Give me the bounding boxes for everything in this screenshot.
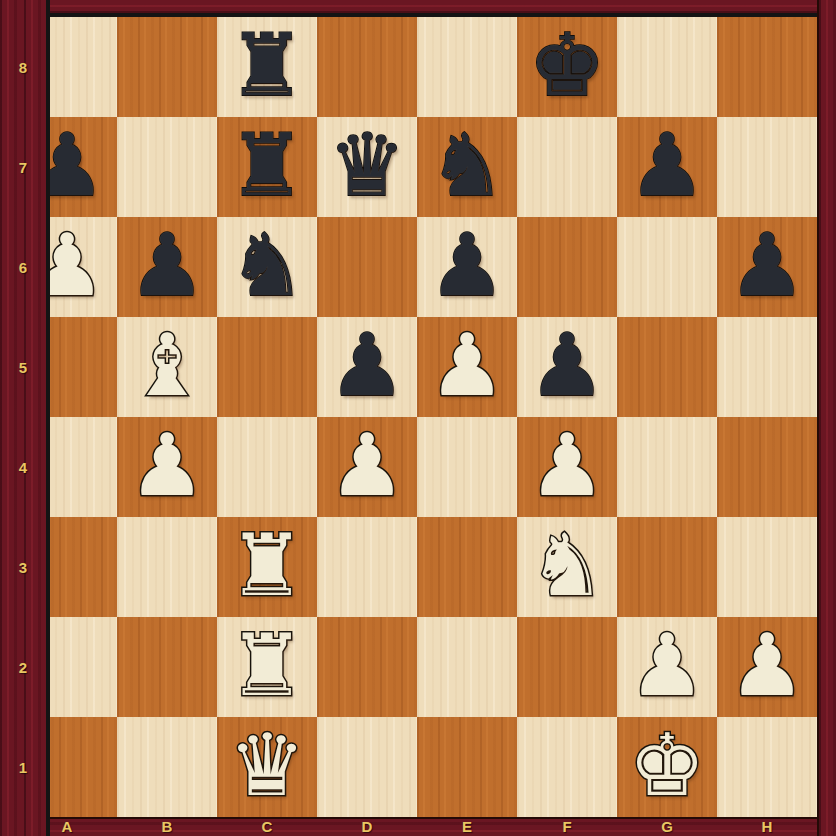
- piece-black-knight[interactable]: ♞: [217, 217, 317, 317]
- piece-white-pawn[interactable]: ♟: [117, 417, 217, 517]
- square-c6[interactable]: ♞: [217, 217, 317, 317]
- board-frame-right: [817, 0, 836, 836]
- square-h6[interactable]: ♟: [717, 217, 817, 317]
- piece-black-pawn[interactable]: ♟: [617, 117, 717, 217]
- piece-black-pawn[interactable]: ♟: [117, 217, 217, 317]
- square-d5[interactable]: ♟: [317, 317, 417, 417]
- piece-black-pawn[interactable]: ♟: [417, 217, 517, 317]
- square-f5[interactable]: ♟: [517, 317, 617, 417]
- board-frame-top: [0, 0, 836, 17]
- square-b7[interactable]: [117, 117, 217, 217]
- square-d4[interactable]: ♟: [317, 417, 417, 517]
- square-h4[interactable]: [717, 417, 817, 517]
- square-b3[interactable]: [117, 517, 217, 617]
- piece-black-pawn[interactable]: ♟: [717, 217, 817, 317]
- square-e2[interactable]: [417, 617, 517, 717]
- board-frame-bottom: [0, 817, 836, 836]
- square-b4[interactable]: ♟: [117, 417, 217, 517]
- piece-black-pawn[interactable]: ♟: [517, 317, 617, 417]
- square-e6[interactable]: ♟: [417, 217, 517, 317]
- square-g7[interactable]: ♟: [617, 117, 717, 217]
- piece-black-rook[interactable]: ♜: [217, 117, 317, 217]
- chess-board-window: ♜♚♟♜♛♞♟♟♟♞♟♟♝♟♟♟♟♟♟♜♞♜♟♟♛♚ 87654321ABCDE…: [0, 0, 836, 836]
- square-c5[interactable]: [217, 317, 317, 417]
- square-d3[interactable]: [317, 517, 417, 617]
- square-h3[interactable]: [717, 517, 817, 617]
- square-f2[interactable]: [517, 617, 617, 717]
- piece-white-pawn[interactable]: ♟: [417, 317, 517, 417]
- square-e8[interactable]: [417, 17, 517, 117]
- square-c8[interactable]: ♜: [217, 17, 317, 117]
- square-g3[interactable]: [617, 517, 717, 617]
- board-frame-left: [0, 0, 50, 836]
- square-e5[interactable]: ♟: [417, 317, 517, 417]
- square-f6[interactable]: [517, 217, 617, 317]
- piece-white-queen[interactable]: ♛: [217, 717, 317, 817]
- piece-white-pawn[interactable]: ♟: [517, 417, 617, 517]
- square-c7[interactable]: ♜: [217, 117, 317, 217]
- square-b8[interactable]: [117, 17, 217, 117]
- piece-white-knight[interactable]: ♞: [517, 517, 617, 617]
- square-e7[interactable]: ♞: [417, 117, 517, 217]
- piece-white-bishop[interactable]: ♝: [117, 317, 217, 417]
- piece-black-queen[interactable]: ♛: [317, 117, 417, 217]
- square-g5[interactable]: [617, 317, 717, 417]
- piece-black-pawn[interactable]: ♟: [317, 317, 417, 417]
- square-e3[interactable]: [417, 517, 517, 617]
- piece-black-knight[interactable]: ♞: [417, 117, 517, 217]
- square-h1[interactable]: [717, 717, 817, 817]
- square-h8[interactable]: [717, 17, 817, 117]
- piece-white-pawn[interactable]: ♟: [617, 617, 717, 717]
- square-f4[interactable]: ♟: [517, 417, 617, 517]
- square-e1[interactable]: [417, 717, 517, 817]
- square-h5[interactable]: [717, 317, 817, 417]
- piece-white-pawn[interactable]: ♟: [317, 417, 417, 517]
- square-g1[interactable]: ♚: [617, 717, 717, 817]
- square-d8[interactable]: [317, 17, 417, 117]
- piece-white-rook[interactable]: ♜: [217, 617, 317, 717]
- square-c3[interactable]: ♜: [217, 517, 317, 617]
- piece-white-rook[interactable]: ♜: [217, 517, 317, 617]
- square-g2[interactable]: ♟: [617, 617, 717, 717]
- square-d1[interactable]: [317, 717, 417, 817]
- square-d7[interactable]: ♛: [317, 117, 417, 217]
- square-b5[interactable]: ♝: [117, 317, 217, 417]
- square-b1[interactable]: [117, 717, 217, 817]
- square-g8[interactable]: [617, 17, 717, 117]
- square-f3[interactable]: ♞: [517, 517, 617, 617]
- square-f8[interactable]: ♚: [517, 17, 617, 117]
- chess-board: ♜♚♟♜♛♞♟♟♟♞♟♟♝♟♟♟♟♟♟♜♞♜♟♟♛♚: [17, 17, 817, 817]
- square-b2[interactable]: [117, 617, 217, 717]
- square-g4[interactable]: [617, 417, 717, 517]
- square-e4[interactable]: [417, 417, 517, 517]
- square-c2[interactable]: ♜: [217, 617, 317, 717]
- square-f1[interactable]: [517, 717, 617, 817]
- square-g6[interactable]: [617, 217, 717, 317]
- square-f7[interactable]: [517, 117, 617, 217]
- piece-white-king[interactable]: ♚: [617, 717, 717, 817]
- square-h7[interactable]: [717, 117, 817, 217]
- square-c1[interactable]: ♛: [217, 717, 317, 817]
- piece-black-king[interactable]: ♚: [517, 17, 617, 117]
- square-b6[interactable]: ♟: [117, 217, 217, 317]
- square-d6[interactable]: [317, 217, 417, 317]
- piece-black-rook[interactable]: ♜: [217, 17, 317, 117]
- square-h2[interactable]: ♟: [717, 617, 817, 717]
- square-c4[interactable]: [217, 417, 317, 517]
- piece-white-pawn[interactable]: ♟: [717, 617, 817, 717]
- square-d2[interactable]: [317, 617, 417, 717]
